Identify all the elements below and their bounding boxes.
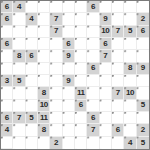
cell-r11c2[interactable] [26,137,38,149]
cell-r9c11[interactable] [137,112,149,124]
cell-r0c10[interactable] [124,1,136,13]
cell-r8c7[interactable] [87,100,99,112]
cell-r10c1[interactable] [13,124,25,136]
cell-r11c0[interactable] [1,137,13,149]
cell-r3c6[interactable] [75,38,87,50]
cell-r0c11[interactable] [137,1,149,13]
cell-r8c11: 5 [137,100,149,112]
cell-r0c4[interactable] [50,1,62,13]
cell-r0c8[interactable] [100,1,112,13]
cell-r7c7[interactable] [87,87,99,99]
cell-r4c3[interactable] [38,50,50,62]
cell-r10c0: 4 [1,124,13,136]
cell-r7c6: 11 [75,87,87,99]
cell-r1c0: 6 [1,13,13,25]
cell-r9c1: 7 [13,112,25,124]
cell-r6c5: 9 [63,75,75,87]
cell-r10c7: 7 [87,124,99,136]
cell-r6c1: 5 [13,75,25,87]
cell-r11c1[interactable] [13,137,25,149]
cell-r2c10: 5 [124,26,136,38]
cell-r1c6[interactable] [75,13,87,25]
cell-r5c4[interactable] [50,63,62,75]
cell-r7c1[interactable] [13,87,25,99]
cell-r7c11[interactable] [137,87,149,99]
cell-r10c3: 8 [38,124,50,136]
cell-r7c8[interactable] [100,87,112,99]
cell-r7c2[interactable] [26,87,38,99]
cell-r0c5[interactable] [63,1,75,13]
cell-r1c7[interactable] [87,13,99,25]
cell-r3c9[interactable] [112,38,124,50]
cell-r1c1[interactable] [13,13,25,25]
cell-r0c2[interactable] [26,1,38,13]
cell-r11c8[interactable] [100,137,112,149]
cell-r10c9: 6 [112,124,124,136]
puzzle-board: 6466479271075666686976893598117101065675… [0,0,150,150]
cell-r10c8[interactable] [100,124,112,136]
cell-r10c6[interactable] [75,124,87,136]
cell-r7c5[interactable] [63,87,75,99]
cell-r2c3[interactable] [38,26,50,38]
cell-r6c6[interactable] [75,75,87,87]
cell-r11c7[interactable] [87,137,99,149]
cell-r6c11[interactable] [137,75,149,87]
cell-r8c2[interactable] [26,100,38,112]
cell-r3c8: 6 [100,38,112,50]
cell-r10c2[interactable] [26,124,38,136]
cell-r4c0[interactable] [1,50,13,62]
cell-r11c9[interactable] [112,137,124,149]
cell-r11c6[interactable] [75,137,87,149]
cell-r5c1[interactable] [13,63,25,75]
cell-r3c2[interactable] [26,38,38,50]
cell-r4c6[interactable] [75,50,87,62]
cell-r6c3[interactable] [38,75,50,87]
cell-r3c7[interactable] [87,38,99,50]
cell-r9c5[interactable] [63,112,75,124]
cell-r5c5[interactable] [63,63,75,75]
cell-r8c8[interactable] [100,100,112,112]
cell-r11c11: 5 [137,137,149,149]
cell-r5c9[interactable] [112,63,124,75]
cell-r2c5[interactable] [63,26,75,38]
cell-r8c5[interactable] [63,100,75,112]
cell-r9c8[interactable] [100,112,112,124]
cell-r8c0[interactable] [1,100,13,112]
cell-r2c6[interactable] [75,26,87,38]
cell-r1c3[interactable] [38,13,50,25]
cell-r5c11: 9 [137,63,149,75]
cell-r9c4[interactable] [50,112,62,124]
cell-r6c4[interactable] [50,75,62,87]
cell-r7c10: 10 [124,87,136,99]
cell-r3c0: 6 [1,38,13,50]
cell-r3c4[interactable] [50,38,62,50]
cell-r6c10[interactable] [124,75,136,87]
cell-r8c6: 6 [75,100,87,112]
cell-r2c4: 7 [50,26,62,38]
cell-r3c5: 6 [63,38,75,50]
cell-r4c10[interactable] [124,50,136,62]
cell-r11c3[interactable] [38,137,50,149]
cell-r5c3[interactable] [38,63,50,75]
cell-r7c4[interactable] [50,87,62,99]
cell-r2c11: 6 [137,26,149,38]
cell-r1c10[interactable] [124,13,136,25]
cell-r4c4[interactable] [50,50,62,62]
cell-r3c3[interactable] [38,38,50,50]
cell-r8c4[interactable] [50,100,62,112]
cell-r10c4[interactable] [50,124,62,136]
cell-r2c9: 7 [112,26,124,38]
cell-r1c5[interactable] [63,13,75,25]
cell-r5c2[interactable] [26,63,38,75]
cell-r11c4: 2 [50,137,62,149]
cell-r5c0[interactable] [1,63,13,75]
cell-r6c7[interactable] [87,75,99,87]
cell-r0c6[interactable] [75,1,87,13]
cell-r6c8[interactable] [100,75,112,87]
cell-r2c7[interactable] [87,26,99,38]
cell-r8c10[interactable] [124,100,136,112]
cell-r4c11[interactable] [137,50,149,62]
cell-r0c7: 6 [87,1,99,13]
cell-r1c11: 2 [137,13,149,25]
cell-r9c10[interactable] [124,112,136,124]
cell-r10c10[interactable] [124,124,136,136]
cell-r1c9[interactable] [112,13,124,25]
cell-r3c1[interactable] [13,38,25,50]
cell-r3c10[interactable] [124,38,136,50]
cell-r5c7: 6 [87,63,99,75]
cell-r9c3: 11 [38,112,50,124]
cell-r4c9[interactable] [112,50,124,62]
cell-r7c0[interactable] [1,87,13,99]
cell-r3c11[interactable] [137,38,149,50]
cell-r2c8: 10 [100,26,112,38]
cell-r1c2: 4 [26,13,38,25]
cell-r0c0: 6 [1,1,13,13]
cell-r11c10: 4 [124,137,136,149]
cell-r9c2: 5 [26,112,38,124]
cell-r4c5: 9 [63,50,75,62]
cell-r4c2: 6 [26,50,38,62]
cell-r9c7: 6 [87,112,99,124]
cell-r10c5[interactable] [63,124,75,136]
cell-r4c1: 8 [13,50,25,62]
cell-r1c8: 9 [100,13,112,25]
cell-r5c10: 8 [124,63,136,75]
cell-r6c9[interactable] [112,75,124,87]
cell-r8c9[interactable] [112,100,124,112]
cell-r8c3: 10 [38,100,50,112]
cell-r1c4: 7 [50,13,62,25]
cell-r9c6[interactable] [75,112,87,124]
cell-r0c1: 4 [13,1,25,13]
cell-r9c0: 6 [1,112,13,124]
cell-r6c2[interactable] [26,75,38,87]
cell-r5c6[interactable] [75,63,87,75]
cell-r11c5[interactable] [63,137,75,149]
cell-r2c2[interactable] [26,26,38,38]
cell-r4c7[interactable] [87,50,99,62]
cell-r2c1[interactable] [13,26,25,38]
cell-r10c11: 2 [137,124,149,136]
cell-r9c9[interactable] [112,112,124,124]
cell-r5c8[interactable] [100,63,112,75]
cell-r2c0[interactable] [1,26,13,38]
cell-r7c9: 7 [112,87,124,99]
cell-r4c8: 7 [100,50,112,62]
cell-r8c1[interactable] [13,100,25,112]
cell-r0c9[interactable] [112,1,124,13]
cell-r7c3: 8 [38,87,50,99]
cell-r0c3[interactable] [38,1,50,13]
cell-r6c0: 3 [1,75,13,87]
